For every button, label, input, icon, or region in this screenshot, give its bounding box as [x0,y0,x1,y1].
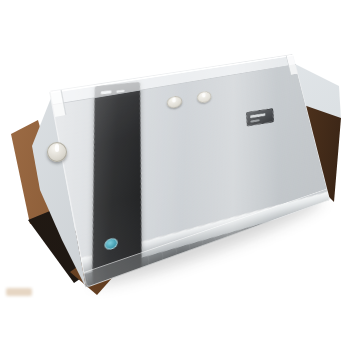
branding-plate [246,108,274,126]
cream-knob-2 [197,91,212,104]
panel-knob-left [47,142,67,162]
front-edge [49,202,330,288]
watermark-faded-text [6,288,32,296]
strip-label-2 [116,90,124,93]
cream-knob-1 [167,95,183,109]
watermark [5,283,32,297]
product-photo [0,0,350,350]
strip-label [101,90,111,94]
black-control-strip [92,82,142,288]
